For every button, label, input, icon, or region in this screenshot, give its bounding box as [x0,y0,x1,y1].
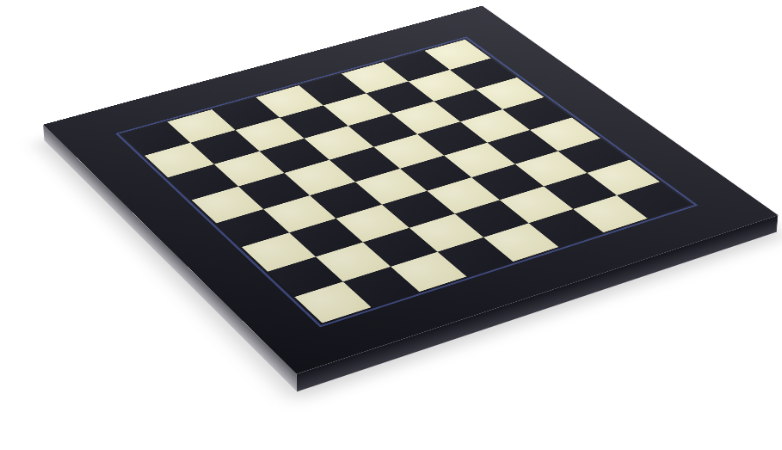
photo-scene [56,26,729,413]
product-photo [0,0,782,450]
board-top-surface [43,6,778,374]
photo-fit [56,26,729,413]
chess-board [44,21,776,392]
